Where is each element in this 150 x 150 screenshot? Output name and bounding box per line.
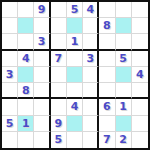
sudoku-cell-r4c4[interactable]: 7 [51,51,67,67]
sudoku-board: 9548314735348461519572 [0,0,150,150]
sudoku-cell-r8c8[interactable] [116,116,132,132]
sudoku-cell-r2c9[interactable] [132,18,148,34]
sudoku-cell-r4c7[interactable] [99,51,115,67]
sudoku-cell-r6c5[interactable] [67,83,83,99]
sudoku-cell-r2c5[interactable] [67,18,83,34]
sudoku-cell-r3c3[interactable]: 3 [34,34,50,50]
sudoku-cell-r4c2[interactable]: 4 [18,51,34,67]
sudoku-cell-r3c7[interactable] [99,34,115,50]
sudoku-cell-r5c4[interactable] [51,67,67,83]
sudoku-cell-r5c5[interactable] [67,67,83,83]
sudoku-cell-r6c7[interactable] [99,83,115,99]
sudoku-cell-r7c4[interactable] [51,99,67,115]
sudoku-cell-r3c9[interactable] [132,34,148,50]
sudoku-cell-r8c2[interactable]: 1 [18,116,34,132]
sudoku-cell-r1c7[interactable] [99,2,115,18]
sudoku-cell-r5c8[interactable] [116,67,132,83]
sudoku-cell-r9c2[interactable] [18,132,34,148]
sudoku-cell-r8c6[interactable] [83,116,99,132]
sudoku-cell-r7c6[interactable] [83,99,99,115]
sudoku-cell-r6c6[interactable] [83,83,99,99]
sudoku-cell-r9c5[interactable] [67,132,83,148]
sudoku-cell-r4c5[interactable] [67,51,83,67]
sudoku-cell-r8c1[interactable]: 5 [2,116,18,132]
sudoku-cell-r7c2[interactable] [18,99,34,115]
sudoku-cell-r7c3[interactable] [34,99,50,115]
sudoku-cell-r4c6[interactable]: 3 [83,51,99,67]
sudoku-cell-r6c3[interactable] [34,83,50,99]
sudoku-cell-r1c2[interactable] [18,2,34,18]
sudoku-cell-r4c1[interactable] [2,51,18,67]
sudoku-cell-r1c3[interactable]: 9 [34,2,50,18]
sudoku-cell-r2c2[interactable] [18,18,34,34]
sudoku-cell-r7c8[interactable]: 1 [116,99,132,115]
sudoku-cell-r2c1[interactable] [2,18,18,34]
sudoku-cell-r6c2[interactable]: 8 [18,83,34,99]
sudoku-cell-r9c4[interactable]: 5 [51,132,67,148]
sudoku-cell-r7c9[interactable] [132,99,148,115]
sudoku-cell-r9c6[interactable] [83,132,99,148]
sudoku-cell-r4c3[interactable] [34,51,50,67]
sudoku-cell-r1c5[interactable]: 5 [67,2,83,18]
sudoku-cell-r5c9[interactable]: 4 [132,67,148,83]
sudoku-cell-r8c5[interactable] [67,116,83,132]
sudoku-cell-r2c4[interactable] [51,18,67,34]
sudoku-cell-r2c6[interactable] [83,18,99,34]
sudoku-cell-r5c2[interactable] [18,67,34,83]
sudoku-cell-r9c3[interactable] [34,132,50,148]
sudoku-cell-r7c5[interactable]: 4 [67,99,83,115]
sudoku-cell-r6c1[interactable] [2,83,18,99]
sudoku-cell-r8c4[interactable]: 9 [51,116,67,132]
sudoku-cell-r3c8[interactable] [116,34,132,50]
sudoku-cell-r4c8[interactable]: 5 [116,51,132,67]
sudoku-cell-r3c4[interactable] [51,34,67,50]
sudoku-cell-r9c1[interactable] [2,132,18,148]
sudoku-cell-r6c9[interactable] [132,83,148,99]
sudoku-cell-r1c8[interactable] [116,2,132,18]
sudoku-cell-r9c8[interactable]: 2 [116,132,132,148]
sudoku-cell-r5c7[interactable] [99,67,115,83]
sudoku-cell-r1c1[interactable] [2,2,18,18]
sudoku-cell-r3c1[interactable] [2,34,18,50]
sudoku-cell-r8c9[interactable] [132,116,148,132]
sudoku-cell-r1c6[interactable]: 4 [83,2,99,18]
sudoku-cell-r8c3[interactable] [34,116,50,132]
sudoku-cell-r5c6[interactable] [83,67,99,83]
sudoku-cell-r3c6[interactable] [83,34,99,50]
sudoku-cell-r2c8[interactable] [116,18,132,34]
sudoku-cell-r4c9[interactable] [132,51,148,67]
sudoku-cell-r6c8[interactable] [116,83,132,99]
sudoku-cell-r1c9[interactable] [132,2,148,18]
sudoku-cell-r9c9[interactable] [132,132,148,148]
sudoku-cell-r9c7[interactable]: 7 [99,132,115,148]
sudoku-cell-r2c7[interactable]: 8 [99,18,115,34]
sudoku-cell-r7c1[interactable] [2,99,18,115]
sudoku-cell-r5c1[interactable]: 3 [2,67,18,83]
sudoku-cell-r5c3[interactable] [34,67,50,83]
sudoku-cell-r3c2[interactable] [18,34,34,50]
sudoku-cell-r8c7[interactable] [99,116,115,132]
sudoku-cell-r6c4[interactable] [51,83,67,99]
sudoku-cell-r1c4[interactable] [51,2,67,18]
sudoku-cell-r7c7[interactable]: 6 [99,99,115,115]
sudoku-cell-r2c3[interactable] [34,18,50,34]
sudoku-cell-r3c5[interactable]: 1 [67,34,83,50]
